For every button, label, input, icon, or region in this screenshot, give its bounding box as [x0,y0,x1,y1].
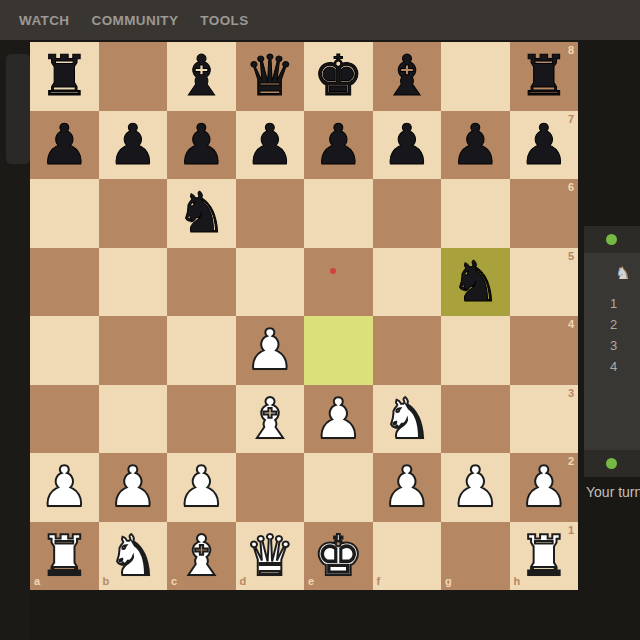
square-a1[interactable]: ♜a [30,522,99,591]
red-dot-marker [330,268,336,274]
square-g4[interactable] [441,316,510,385]
black-pawn[interactable]: ♟ [108,117,158,173]
square-a2[interactable]: ♟ [30,453,99,522]
move-number: 2 [610,317,617,332]
square-a6[interactable] [30,179,99,248]
coord-rank-3: 3 [568,388,574,399]
square-c1[interactable]: ♝c [167,522,236,591]
white-pawn[interactable]: ♟ [313,391,363,447]
white-pawn[interactable]: ♟ [108,459,158,515]
coord-rank-8: 8 [568,45,574,56]
square-c3[interactable] [167,385,236,454]
white-pawn[interactable]: ♟ [245,322,295,378]
coord-file-b: b [103,576,110,587]
square-d8[interactable]: ♛ [236,42,305,111]
black-pawn[interactable]: ♟ [313,117,363,173]
square-d5[interactable] [236,248,305,317]
top-player-row[interactable] [584,226,640,253]
coord-rank-4: 4 [568,319,574,330]
square-e7[interactable]: ♟ [304,111,373,180]
square-c5[interactable] [167,248,236,317]
move-row[interactable]: 2 [584,314,640,335]
square-g8[interactable] [441,42,510,111]
square-h7[interactable]: ♟7 [510,111,579,180]
square-f7[interactable]: ♟ [373,111,442,180]
coord-file-h: h [514,576,521,587]
square-h6[interactable]: 6 [510,179,579,248]
white-knight[interactable]: ♞ [382,391,432,447]
black-pawn[interactable]: ♟ [176,117,226,173]
coord-rank-1: 1 [568,525,574,536]
square-h5[interactable]: 5 [510,248,579,317]
square-d2[interactable] [236,453,305,522]
black-pawn[interactable]: ♟ [39,117,89,173]
left-edge-panel [6,54,30,164]
white-bishop[interactable]: ♝ [245,391,295,447]
square-f2[interactable]: ♟ [373,453,442,522]
square-a3[interactable] [30,385,99,454]
square-e1[interactable]: ♚e [304,522,373,591]
square-e3[interactable]: ♟ [304,385,373,454]
square-a8[interactable]: ♜ [30,42,99,111]
nav-item-tools[interactable]: TOOLS [200,13,248,28]
white-pawn[interactable]: ♟ [382,459,432,515]
white-pawn[interactable]: ♟ [450,459,500,515]
move-list-panel[interactable]: ♞ 1 2 3 4 [584,253,640,450]
square-b7[interactable]: ♟ [99,111,168,180]
square-f8[interactable]: ♝ [373,42,442,111]
coord-rank-2: 2 [568,456,574,467]
square-d6[interactable] [236,179,305,248]
coord-file-a: a [34,576,40,587]
black-queen[interactable]: ♛ [245,48,295,104]
coord-file-g: g [445,576,452,587]
square-g1[interactable]: g [441,522,510,591]
chess-board[interactable]: ♜♝♛♚♝♜8♟♟♟♟♟♟♟♟7♞6♞5♟4♝♟♞3♟♟♟♟♟♟2♜a♞b♝c♛… [30,42,578,590]
square-e2[interactable] [304,453,373,522]
black-pawn[interactable]: ♟ [519,117,569,173]
square-g3[interactable] [441,385,510,454]
black-pawn[interactable]: ♟ [450,117,500,173]
black-bishop[interactable]: ♝ [382,48,432,104]
coord-file-c: c [171,576,177,587]
move-number: 4 [610,359,617,374]
white-king[interactable]: ♚ [313,528,363,584]
move-number: 3 [610,338,617,353]
square-d7[interactable]: ♟ [236,111,305,180]
square-b1[interactable]: ♞b [99,522,168,591]
site-header: WATCH COMMUNITY TOOLS [0,0,640,40]
square-g2[interactable]: ♟ [441,453,510,522]
square-a5[interactable] [30,248,99,317]
square-b3[interactable] [99,385,168,454]
white-pawn[interactable]: ♟ [176,459,226,515]
black-pawn[interactable]: ♟ [382,117,432,173]
square-a7[interactable]: ♟ [30,111,99,180]
black-bishop[interactable]: ♝ [176,48,226,104]
coord-rank-7: 7 [568,114,574,125]
white-pawn[interactable]: ♟ [519,459,569,515]
square-c6[interactable]: ♞ [167,179,236,248]
white-pawn[interactable]: ♟ [39,459,89,515]
square-c4[interactable] [167,316,236,385]
white-knight[interactable]: ♞ [108,528,158,584]
square-f6[interactable] [373,179,442,248]
square-c2[interactable]: ♟ [167,453,236,522]
square-d1[interactable]: ♛d [236,522,305,591]
coord-file-d: d [240,576,247,587]
black-king[interactable]: ♚ [313,48,363,104]
white-rook[interactable]: ♜ [39,528,89,584]
square-b4[interactable] [99,316,168,385]
move-row[interactable]: 4 [584,356,640,377]
black-knight[interactable]: ♞ [450,254,500,310]
square-f5[interactable] [373,248,442,317]
white-bishop[interactable]: ♝ [176,528,226,584]
square-g6[interactable] [441,179,510,248]
square-h2[interactable]: ♟2 [510,453,579,522]
coord-file-e: e [308,576,314,587]
coord-rank-6: 6 [568,182,574,193]
nav-item-watch[interactable]: WATCH [19,13,70,28]
square-b6[interactable] [99,179,168,248]
square-c8[interactable]: ♝ [167,42,236,111]
square-c7[interactable]: ♟ [167,111,236,180]
square-b5[interactable] [99,248,168,317]
square-f4[interactable] [373,316,442,385]
square-b2[interactable]: ♟ [99,453,168,522]
square-g5[interactable]: ♞ [441,248,510,317]
black-rook[interactable]: ♜ [519,48,569,104]
move-list-header: ♞ [584,253,640,293]
move-row[interactable]: 3 [584,335,640,356]
bottom-player-row[interactable] [584,450,640,477]
coord-rank-5: 5 [568,251,574,262]
square-g7[interactable]: ♟ [441,111,510,180]
black-knight[interactable]: ♞ [176,185,226,241]
square-e4[interactable] [304,316,373,385]
black-pawn[interactable]: ♟ [245,117,295,173]
square-d4[interactable]: ♟ [236,316,305,385]
knight-figurine-icon: ♞ [615,265,630,282]
online-indicator-icon [606,458,617,469]
square-d3[interactable]: ♝ [236,385,305,454]
square-a4[interactable] [30,316,99,385]
nav-item-community[interactable]: COMMUNITY [92,13,179,28]
square-e8[interactable]: ♚ [304,42,373,111]
square-h3[interactable]: 3 [510,385,579,454]
online-indicator-icon [606,234,617,245]
square-f3[interactable]: ♞ [373,385,442,454]
turn-status-text: Your turn [586,484,640,500]
black-rook[interactable]: ♜ [39,48,89,104]
white-queen[interactable]: ♛ [245,528,295,584]
square-f1[interactable]: f [373,522,442,591]
square-h1[interactable]: ♜1h [510,522,579,591]
coord-file-f: f [377,576,381,587]
game-sidebar: ♞ 1 2 3 4 Your turn [584,40,640,640]
square-e6[interactable] [304,179,373,248]
move-number: 1 [610,296,617,311]
square-h4[interactable]: 4 [510,316,579,385]
square-h8[interactable]: ♜8 [510,42,579,111]
square-b8[interactable] [99,42,168,111]
square-e5[interactable] [304,248,373,317]
move-row[interactable]: 1 [584,293,640,314]
white-rook[interactable]: ♜ [519,528,569,584]
